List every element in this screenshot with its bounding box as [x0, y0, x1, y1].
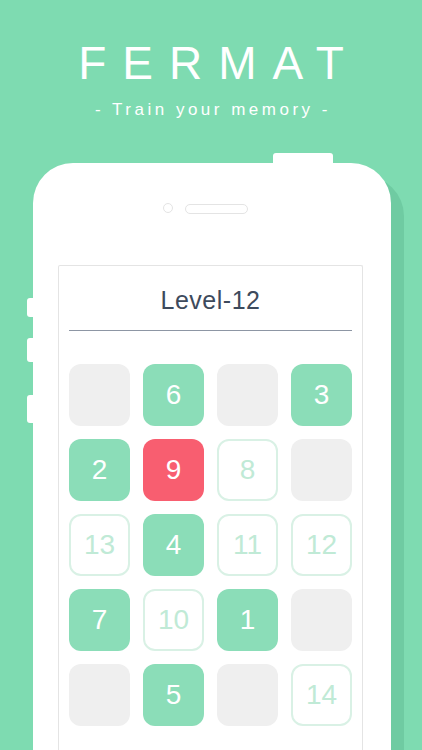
grid-tile[interactable] — [69, 364, 130, 426]
grid-tile[interactable] — [291, 439, 352, 501]
camera-icon — [163, 203, 173, 213]
grid-tile[interactable]: 8 — [217, 439, 278, 501]
grid-tile[interactable]: 4 — [143, 514, 204, 576]
grid-tile[interactable] — [291, 589, 352, 651]
grid-tile[interactable] — [217, 364, 278, 426]
level-title: Level-12 — [59, 286, 362, 315]
level-divider — [69, 330, 352, 331]
grid-tile[interactable]: 14 — [291, 664, 352, 726]
grid-tile[interactable]: 5 — [143, 664, 204, 726]
speaker-icon — [185, 204, 248, 214]
grid-tile[interactable] — [217, 664, 278, 726]
grid-tile[interactable]: 6 — [143, 364, 204, 426]
phone-mockup: Level-12 6329813411127101514 — [33, 163, 391, 750]
game-grid: 6329813411127101514 — [69, 364, 352, 726]
grid-tile[interactable]: 1 — [217, 589, 278, 651]
grid-tile[interactable]: 11 — [217, 514, 278, 576]
game-panel: Level-12 6329813411127101514 — [58, 265, 363, 750]
grid-tile[interactable]: 3 — [291, 364, 352, 426]
app-title: FERMAT — [0, 36, 422, 90]
grid-tile[interactable] — [69, 664, 130, 726]
grid-tile[interactable]: 9 — [143, 439, 204, 501]
grid-tile[interactable]: 2 — [69, 439, 130, 501]
grid-tile[interactable]: 13 — [69, 514, 130, 576]
app-tagline: - Train your memory - — [0, 100, 422, 120]
grid-tile[interactable]: 7 — [69, 589, 130, 651]
grid-tile[interactable]: 12 — [291, 514, 352, 576]
app-store-screenshot: FERMAT - Train your memory - Level-12 63… — [0, 0, 422, 750]
grid-tile[interactable]: 10 — [143, 589, 204, 651]
